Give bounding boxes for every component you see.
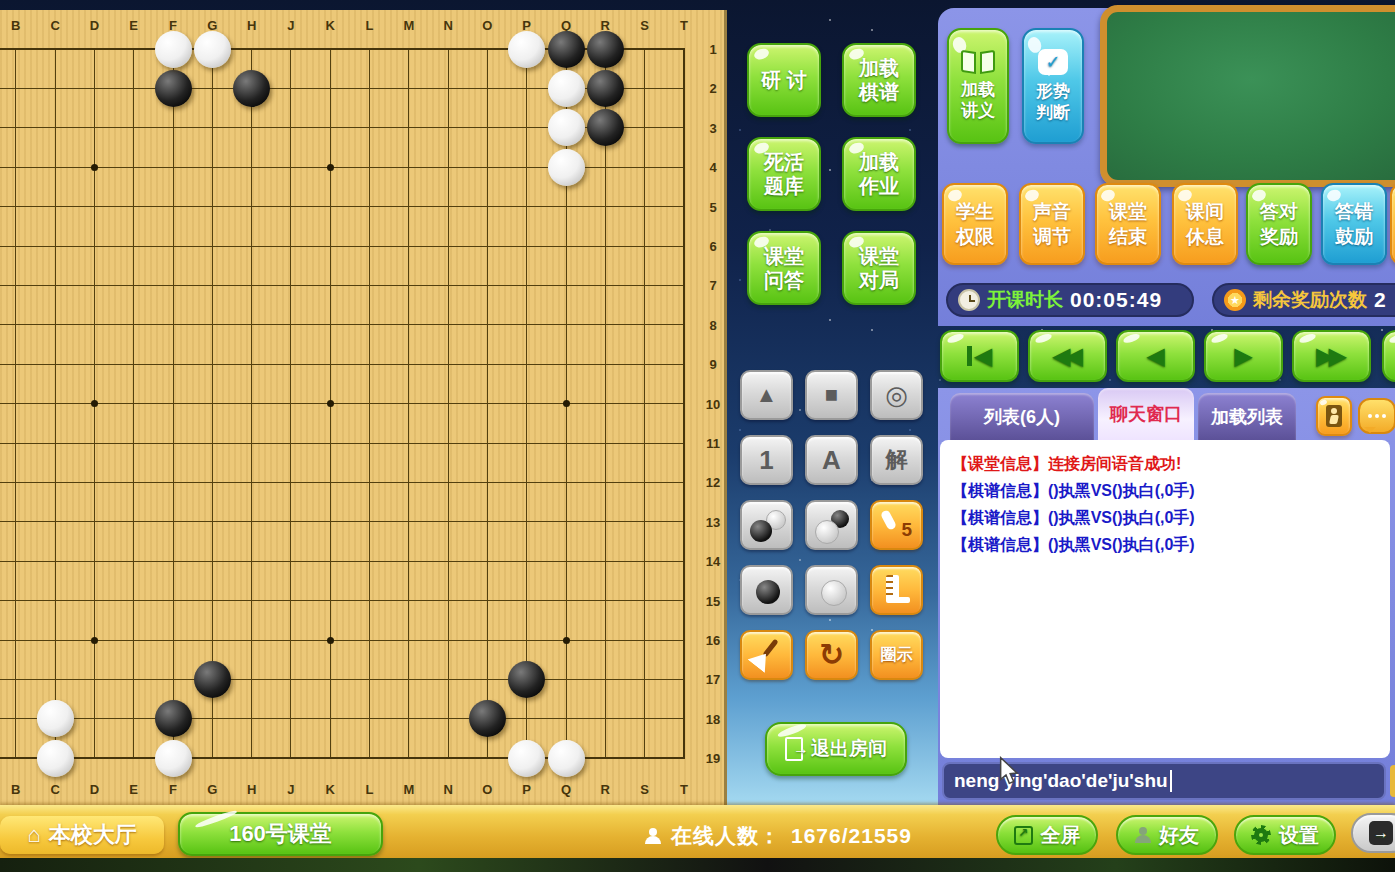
- star-point: [327, 637, 334, 644]
- go-classroom-app: { "game": "go", "board": { "size": 19, "…: [0, 0, 1395, 872]
- white-stone[interactable]: [155, 31, 192, 68]
- study-button-5[interactable]: 课堂问答: [747, 231, 821, 305]
- class-button-4[interactable]: 课间休息: [1172, 183, 1238, 265]
- row-label: 7: [700, 278, 726, 293]
- leave-seat-icon[interactable]: [1316, 396, 1352, 436]
- star-point: [327, 164, 334, 171]
- class-button-label: 奖励: [1260, 224, 1298, 249]
- room-tab-label: 160号课堂: [229, 819, 332, 849]
- class-button-label: 鼓励: [1335, 224, 1373, 249]
- class-button-label: 声音: [1033, 199, 1071, 224]
- online-value: 1676/21559: [791, 824, 912, 848]
- column-label-bottom: C: [42, 782, 68, 797]
- jump-first-button[interactable]: ◀: [940, 330, 1019, 382]
- class-time-label: 开课时长: [987, 287, 1063, 313]
- class-button-3[interactable]: 课堂结束: [1095, 183, 1161, 265]
- column-label-bottom: M: [396, 782, 422, 797]
- row-label: 6: [700, 239, 726, 254]
- row-label: 18: [700, 712, 726, 727]
- fast-rewind-icon: ◀◀: [1052, 344, 1083, 368]
- room-tab[interactable]: 160号课堂: [178, 812, 383, 856]
- row-label: 16: [700, 633, 726, 648]
- white-stone[interactable]: [548, 740, 585, 777]
- check-bubble-icon: ✓: [1038, 49, 1068, 75]
- row-label: 9: [700, 357, 726, 372]
- class-button-5[interactable]: 答对奖励: [1246, 183, 1312, 265]
- black-stone[interactable]: [155, 700, 192, 737]
- column-label-bottom: L: [357, 782, 383, 797]
- column-label-top: S: [632, 18, 658, 33]
- study-button-label: 死活: [764, 150, 804, 174]
- tab-1[interactable]: 列表(6人): [950, 393, 1094, 440]
- white-stone[interactable]: [508, 31, 545, 68]
- class-button-label: 结束: [1109, 224, 1147, 249]
- column-label-bottom: K: [317, 782, 343, 797]
- lecture-button-2[interactable]: ✓形势判断: [1022, 28, 1084, 144]
- study-button-label: 课堂: [764, 244, 804, 268]
- column-label-top: C: [42, 18, 68, 33]
- white-stone[interactable]: [37, 700, 74, 737]
- row-label: 4: [700, 160, 726, 175]
- study-button-label: 课堂: [859, 244, 899, 268]
- column-label-bottom: Q: [553, 782, 579, 797]
- black-stone[interactable]: [233, 70, 270, 107]
- square-marker-button[interactable]: ■: [805, 370, 858, 420]
- column-label-top: H: [239, 18, 265, 33]
- lecture-button-label: 形势判断: [1036, 81, 1070, 123]
- white-stone[interactable]: [155, 740, 192, 777]
- friends-label: 好友: [1159, 822, 1199, 849]
- column-label-bottom: S: [632, 782, 658, 797]
- study-button-3[interactable]: 死活题库: [747, 137, 821, 211]
- star-point: [91, 637, 98, 644]
- lecture-button-label: 加载讲义: [961, 79, 995, 121]
- clock-icon: [958, 289, 980, 311]
- tool-glyph-number-marker: 1: [759, 447, 773, 473]
- class-button-label: 课间: [1186, 199, 1224, 224]
- chat-message-2: 【棋谱信息】()执黑VS()执白(,0手): [952, 477, 1378, 504]
- study-button-label: 加载: [859, 56, 899, 80]
- column-label-bottom: B: [3, 782, 29, 797]
- go-board[interactable]: AABBCCDDEEFFGGHHJJKKLLMMNNOOPPQQRRSSTT12…: [0, 10, 727, 808]
- book-icon: [961, 51, 995, 73]
- study-button-label: 作业: [859, 174, 899, 198]
- tab-3[interactable]: 加载列表: [1198, 393, 1296, 440]
- online-count: 在线人数： 1676/21559: [645, 822, 912, 850]
- exit-room-button[interactable]: 退出房间: [765, 722, 907, 776]
- column-label-top: O: [474, 18, 500, 33]
- class-time-value: 00:05:49: [1070, 288, 1162, 312]
- column-label-bottom: H: [239, 782, 265, 797]
- tool-glyph-circle-marker: ◎: [885, 382, 908, 408]
- exit-room-label: 退出房间: [811, 736, 887, 762]
- fast-rewind-button[interactable]: ◀◀: [1028, 330, 1107, 382]
- fullscreen-label: 全屏: [1041, 822, 1081, 849]
- step-forward-icon: ▶: [1234, 344, 1252, 368]
- white-stone[interactable]: [508, 740, 545, 777]
- fast-forward-icon: ▶▶: [1316, 344, 1347, 368]
- exit-door-icon: [785, 737, 803, 761]
- step-back-icon: ◀: [1146, 344, 1164, 368]
- black-stone[interactable]: [587, 109, 624, 146]
- column-label-top: M: [396, 18, 422, 33]
- class-button-1[interactable]: 学生权限: [942, 183, 1008, 265]
- column-label-top: J: [278, 18, 304, 33]
- logout-arrow-icon: →: [1369, 821, 1393, 845]
- class-button-6[interactable]: 答错鼓励: [1321, 183, 1387, 265]
- trial-white-first-button[interactable]: [805, 500, 858, 550]
- reward-count: 2: [1374, 288, 1387, 312]
- home-icon: ⌂: [27, 822, 40, 848]
- column-label-bottom: R: [592, 782, 618, 797]
- settings-label: 设置: [1279, 822, 1319, 849]
- column-label-top: T: [671, 18, 697, 33]
- column-label-top: L: [357, 18, 383, 33]
- tab-label: 加载列表: [1211, 405, 1283, 429]
- number-marker-button[interactable]: 1: [740, 435, 793, 485]
- friends-icon: [1135, 827, 1151, 843]
- column-label-bottom: D: [81, 782, 107, 797]
- mouse-cursor: [998, 756, 1020, 786]
- row-label: 3: [700, 121, 726, 136]
- step-forward-button[interactable]: ▶: [1204, 330, 1283, 382]
- place-white-stone-button[interactable]: [805, 565, 858, 615]
- chat-input-value: neng'ying'dao'de'ju'shu: [954, 770, 1168, 792]
- row-label: 12: [700, 475, 726, 490]
- reward-label: 剩余奖励次数: [1253, 287, 1367, 313]
- black-stone[interactable]: [587, 31, 624, 68]
- black-stone[interactable]: [587, 70, 624, 107]
- row-label: 14: [700, 554, 726, 569]
- star-point: [327, 400, 334, 407]
- column-label-top: D: [81, 18, 107, 33]
- hand-count-label: 5: [901, 519, 912, 541]
- column-label-bottom: F: [160, 782, 186, 797]
- letter-marker-button[interactable]: A: [805, 435, 858, 485]
- chat-message-4: 【棋谱信息】()执黑VS()执白(,0手): [952, 531, 1378, 558]
- friends-button[interactable]: 好友: [1116, 815, 1218, 855]
- column-label-top: K: [317, 18, 343, 33]
- fast-forward-button[interactable]: ▶▶: [1292, 330, 1371, 382]
- class-button-clipped[interactable]: [1390, 183, 1395, 265]
- row-label: 19: [700, 751, 726, 766]
- chat-message-1: 【课堂信息】连接房间语音成功!: [952, 450, 1378, 477]
- class-button-label: 权限: [956, 224, 994, 249]
- row-label: 5: [700, 200, 726, 215]
- row-label: 15: [700, 594, 726, 609]
- white-stone[interactable]: [37, 740, 74, 777]
- clear-board-button[interactable]: [740, 630, 793, 680]
- class-button-label: 调节: [1033, 224, 1071, 249]
- hand-icon: [880, 509, 897, 531]
- row-label: 1: [700, 42, 726, 57]
- tool-glyph-letter-marker: A: [822, 447, 841, 473]
- tab-label: 列表(6人): [984, 405, 1060, 429]
- white-stone[interactable]: [548, 70, 585, 107]
- study-button-1[interactable]: 研 讨: [747, 43, 821, 117]
- study-button-label: 问答: [764, 268, 804, 292]
- study-button-label: 棋谱: [859, 80, 899, 104]
- black-stone-icon: [750, 520, 772, 542]
- column-label-top: E: [121, 18, 147, 33]
- study-button-2[interactable]: 加载棋谱: [842, 43, 916, 117]
- logout-button[interactable]: →: [1351, 813, 1395, 853]
- lobby-tab[interactable]: ⌂ 本校大厅: [0, 816, 164, 854]
- tab-2[interactable]: 聊天窗口: [1098, 388, 1194, 440]
- study-button-label: 加载: [859, 150, 899, 174]
- black-stone[interactable]: [155, 70, 192, 107]
- tool-glyph-square-marker: ■: [825, 384, 838, 406]
- study-button-6[interactable]: 课堂对局: [842, 231, 916, 305]
- star-point: [91, 164, 98, 171]
- black-stone[interactable]: [548, 31, 585, 68]
- text-caret: [1170, 770, 1172, 792]
- trial-black-first-button[interactable]: [740, 500, 793, 550]
- chat-message-3: 【棋谱信息】()执黑VS()执白(,0手): [952, 504, 1378, 531]
- class-button-label: 学生: [956, 199, 994, 224]
- black-stone[interactable]: [508, 661, 545, 698]
- column-label-bottom: T: [671, 782, 697, 797]
- show-last-moves-button[interactable]: 5: [870, 500, 923, 550]
- star-point: [563, 400, 570, 407]
- settings-button[interactable]: 设置: [1234, 815, 1336, 855]
- star-point: [91, 400, 98, 407]
- chat-message-area[interactable]: 【课堂信息】连接房间语音成功!【棋谱信息】()执黑VS()执白(,0手)【棋谱信…: [940, 440, 1390, 758]
- circle-marker-button[interactable]: ◎: [870, 370, 923, 420]
- white-stone[interactable]: [548, 149, 585, 186]
- desktop-strip-behind-window: [0, 858, 1395, 872]
- row-label: 8: [700, 318, 726, 333]
- star-point: [563, 637, 570, 644]
- column-label-bottom: G: [199, 782, 225, 797]
- black-stone-icon: [756, 580, 780, 604]
- playback-button-clipped[interactable]: [1382, 330, 1395, 382]
- tab-label: 聊天窗口: [1110, 402, 1182, 426]
- white-stone-icon: [815, 520, 839, 544]
- column-label-bottom: P: [514, 782, 540, 797]
- lecture-blackboard[interactable]: [1100, 5, 1395, 187]
- row-label: 13: [700, 515, 726, 530]
- jump-first-icon: ◀: [967, 344, 992, 368]
- estimate-ruler-button[interactable]: [870, 565, 923, 615]
- lobby-tab-label: 本校大厅: [49, 820, 137, 850]
- class-button-label: 答对: [1260, 199, 1298, 224]
- medal-icon: ★: [1224, 289, 1246, 311]
- row-label: 11: [700, 436, 726, 451]
- row-label: 10: [700, 397, 726, 412]
- ruler-base-icon: [886, 597, 910, 603]
- reward-count-pill: ★ 剩余奖励次数 2: [1212, 283, 1395, 317]
- class-button-label: 课堂: [1109, 199, 1147, 224]
- chat-bubble-icon[interactable]: [1358, 398, 1395, 434]
- fullscreen-button[interactable]: ↗ 全屏: [996, 815, 1098, 855]
- black-stone[interactable]: [469, 700, 506, 737]
- class-time-pill: 开课时长 00:05:49: [946, 283, 1194, 317]
- loop-icon: ↻: [819, 640, 844, 670]
- reset-loop-button[interactable]: ↻: [805, 630, 858, 680]
- triangle-marker-button[interactable]: ▲: [740, 370, 793, 420]
- board-border: [0, 48, 685, 759]
- study-button-label: 研 讨: [761, 68, 807, 92]
- class-button-label: 答错: [1335, 199, 1373, 224]
- column-label-bottom: N: [435, 782, 461, 797]
- row-label: 2: [700, 81, 726, 96]
- column-label-bottom: J: [278, 782, 304, 797]
- step-back-button[interactable]: ◀: [1116, 330, 1195, 382]
- lecture-button-1[interactable]: 加载讲义: [947, 28, 1009, 144]
- send-button-sliver[interactable]: [1390, 765, 1395, 797]
- study-button-label: 题库: [764, 174, 804, 198]
- chat-messages: 【课堂信息】连接房间语音成功!【棋谱信息】()执黑VS()执白(,0手)【棋谱信…: [940, 440, 1390, 568]
- tool-glyph-answer-marker: 解: [886, 449, 908, 471]
- column-label-top: N: [435, 18, 461, 33]
- circle-show-button[interactable]: 圈示: [870, 630, 923, 680]
- white-stone-icon: [821, 580, 847, 606]
- white-stone[interactable]: [548, 109, 585, 146]
- class-button-label: 休息: [1186, 224, 1224, 249]
- fullscreen-icon: ↗: [1014, 826, 1033, 845]
- class-button-2[interactable]: 声音调节: [1019, 183, 1085, 265]
- study-button-label: 对局: [859, 268, 899, 292]
- gear-icon: [1251, 825, 1271, 845]
- column-label-bottom: E: [121, 782, 147, 797]
- answer-marker-button[interactable]: 解: [870, 435, 923, 485]
- white-stone[interactable]: [194, 31, 231, 68]
- column-label-top: B: [3, 18, 29, 33]
- black-stone[interactable]: [194, 661, 231, 698]
- door-figure-icon: [1326, 405, 1342, 427]
- row-label: 17: [700, 672, 726, 687]
- person-icon: [645, 828, 661, 844]
- study-button-4[interactable]: 加载作业: [842, 137, 916, 211]
- column-label-bottom: O: [474, 782, 500, 797]
- tool-glyph-triangle-marker: ▲: [756, 384, 778, 406]
- online-label: 在线人数：: [671, 822, 781, 850]
- place-black-stone-button[interactable]: [740, 565, 793, 615]
- tool-label: 圈示: [881, 645, 913, 666]
